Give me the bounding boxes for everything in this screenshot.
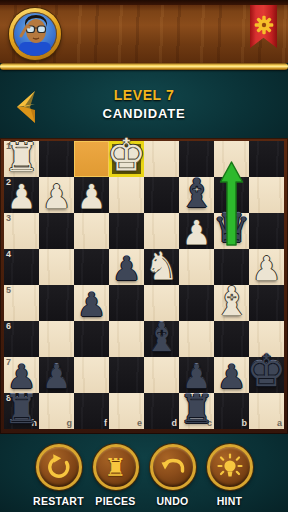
square-h1[interactable]: 1♜ bbox=[4, 141, 39, 177]
square-g6[interactable] bbox=[39, 321, 74, 357]
square-f5[interactable]: ♟ bbox=[74, 285, 109, 321]
white-pawn-h2[interactable]: ♟ bbox=[7, 180, 37, 213]
square-h4[interactable]: 4 bbox=[4, 249, 39, 285]
square-a2[interactable] bbox=[249, 177, 284, 213]
file-label-c: c bbox=[207, 419, 212, 428]
square-a7[interactable]: ♚ bbox=[249, 357, 284, 393]
settings-ribbon[interactable] bbox=[250, 5, 277, 48]
square-f3[interactable] bbox=[74, 213, 109, 249]
file-label-b: b bbox=[242, 419, 248, 428]
black-pawn-h7[interactable]: ♟ bbox=[7, 360, 37, 393]
black-rook-h8[interactable]: ♜ bbox=[4, 389, 40, 429]
avatar-image bbox=[13, 12, 57, 56]
square-e3[interactable] bbox=[109, 213, 144, 249]
white-pawn-f2[interactable]: ♟ bbox=[77, 180, 107, 213]
file-label-d: d bbox=[172, 419, 178, 428]
white-king-e1[interactable]: ♚ bbox=[107, 133, 146, 177]
board-frame: 1♜♚2♟♟♟♝3♟♛4♟♞♟5♟♝6♝7♟♟♟♟♚8h♜gfedc♜ba bbox=[0, 138, 288, 434]
square-a4[interactable]: ♟ bbox=[249, 249, 284, 285]
square-b1[interactable] bbox=[214, 141, 249, 177]
rank-label-7: 7 bbox=[6, 358, 11, 367]
undo-button[interactable] bbox=[150, 444, 196, 490]
restart-control: RESTART bbox=[30, 444, 87, 512]
square-a8[interactable]: a bbox=[249, 393, 284, 429]
square-a3[interactable] bbox=[249, 213, 284, 249]
rank-label-2: 2 bbox=[6, 178, 11, 187]
square-b8[interactable]: b bbox=[214, 393, 249, 429]
level-subtitle: CANDIDATE bbox=[103, 106, 186, 121]
chess-board: 1♜♚2♟♟♟♝3♟♛4♟♞♟5♟♝6♝7♟♟♟♟♚8h♜gfedc♜ba bbox=[4, 141, 284, 429]
square-g1[interactable] bbox=[39, 141, 74, 177]
square-b7[interactable]: ♟ bbox=[214, 357, 249, 393]
restart-label: RESTART bbox=[33, 495, 84, 507]
square-f6[interactable] bbox=[74, 321, 109, 357]
undo-label: UNDO bbox=[156, 495, 188, 507]
file-label-f: f bbox=[104, 419, 107, 428]
black-pawn-b7[interactable]: ♟ bbox=[217, 360, 247, 393]
rook-piece-icon: ♜ bbox=[104, 455, 126, 480]
lightbulb-icon bbox=[216, 453, 244, 481]
white-rook-h1[interactable]: ♜ bbox=[4, 137, 40, 177]
avatar[interactable] bbox=[9, 8, 61, 60]
pieces-control: ♜ PIECES bbox=[87, 444, 144, 512]
square-e2[interactable] bbox=[109, 177, 144, 213]
square-e7[interactable] bbox=[109, 357, 144, 393]
square-h5[interactable]: 5 bbox=[4, 285, 39, 321]
square-a6[interactable] bbox=[249, 321, 284, 357]
square-b5[interactable]: ♝ bbox=[214, 285, 249, 321]
bottom-toolbar: RESTART ♜ PIECES UNDO bbox=[0, 434, 288, 512]
square-f7[interactable] bbox=[74, 357, 109, 393]
square-c1[interactable] bbox=[179, 141, 214, 177]
file-label-g: g bbox=[67, 419, 73, 428]
square-a1[interactable] bbox=[249, 141, 284, 177]
square-b2[interactable] bbox=[214, 177, 249, 213]
square-d8[interactable]: d bbox=[144, 393, 179, 429]
white-knight-d4[interactable]: ♞ bbox=[144, 247, 178, 285]
rank-label-8: 8 bbox=[6, 394, 11, 403]
rank-label-3: 3 bbox=[6, 214, 11, 223]
settings-gear-icon bbox=[253, 14, 275, 36]
square-h8[interactable]: 8h♜ bbox=[4, 393, 39, 429]
square-c6[interactable] bbox=[179, 321, 214, 357]
black-rook-c8[interactable]: ♜ bbox=[179, 389, 215, 429]
black-pawn-f5[interactable]: ♟ bbox=[77, 288, 107, 321]
black-queen-b3[interactable]: ♛ bbox=[213, 207, 251, 249]
square-c4[interactable] bbox=[179, 249, 214, 285]
top-bar bbox=[0, 0, 288, 63]
undo-curved-arrow-icon bbox=[159, 453, 187, 481]
rank-label-5: 5 bbox=[6, 286, 11, 295]
square-a5[interactable] bbox=[249, 285, 284, 321]
hint-control: HINT bbox=[201, 444, 258, 512]
square-f4[interactable] bbox=[74, 249, 109, 285]
square-g3[interactable] bbox=[39, 213, 74, 249]
restart-circular-arrow-icon bbox=[45, 453, 73, 481]
square-e4[interactable]: ♟ bbox=[109, 249, 144, 285]
black-bishop-c2[interactable]: ♝ bbox=[179, 173, 215, 213]
square-c5[interactable] bbox=[179, 285, 214, 321]
square-h6[interactable]: 6 bbox=[4, 321, 39, 357]
rank-label-4: 4 bbox=[6, 250, 11, 259]
square-g7[interactable]: ♟ bbox=[39, 357, 74, 393]
square-g8[interactable]: g bbox=[39, 393, 74, 429]
app-screen: LEVEL 7 CANDIDATE 1♜♚2♟♟♟♝3♟♛4♟♞♟5♟♝6♝7♟… bbox=[0, 0, 288, 512]
square-f8[interactable]: f bbox=[74, 393, 109, 429]
file-label-e: e bbox=[137, 419, 142, 428]
square-e5[interactable] bbox=[109, 285, 144, 321]
back-chevron-icon bbox=[11, 91, 39, 123]
square-g2[interactable]: ♟ bbox=[39, 177, 74, 213]
square-f1[interactable] bbox=[74, 141, 109, 177]
pieces-button[interactable]: ♜ bbox=[93, 444, 139, 490]
square-c7[interactable]: ♟ bbox=[179, 357, 214, 393]
square-c3[interactable]: ♟ bbox=[179, 213, 214, 249]
square-g4[interactable] bbox=[39, 249, 74, 285]
square-c2[interactable]: ♝ bbox=[179, 177, 214, 213]
undo-control: UNDO bbox=[144, 444, 201, 512]
square-d6[interactable]: ♝ bbox=[144, 321, 179, 357]
square-h7[interactable]: 7♟ bbox=[4, 357, 39, 393]
rank-label-1: 1 bbox=[6, 142, 11, 151]
square-g5[interactable] bbox=[39, 285, 74, 321]
square-e1[interactable]: ♚ bbox=[109, 141, 144, 177]
file-label-h: h bbox=[32, 419, 38, 428]
rank-label-6: 6 bbox=[6, 322, 11, 331]
square-d5[interactable] bbox=[144, 285, 179, 321]
square-d7[interactable] bbox=[144, 357, 179, 393]
white-pawn-g2[interactable]: ♟ bbox=[42, 180, 72, 213]
back-button[interactable] bbox=[10, 91, 40, 123]
black-pawn-e4[interactable]: ♟ bbox=[112, 252, 142, 285]
white-pawn-c3[interactable]: ♟ bbox=[182, 216, 212, 249]
square-d2[interactable] bbox=[144, 177, 179, 213]
square-e8[interactable]: e bbox=[109, 393, 144, 429]
square-b6[interactable] bbox=[214, 321, 249, 357]
square-c8[interactable]: c♜ bbox=[179, 393, 214, 429]
restart-button[interactable] bbox=[36, 444, 82, 490]
square-b4[interactable] bbox=[214, 249, 249, 285]
square-b3[interactable]: ♛ bbox=[214, 213, 249, 249]
black-pawn-c7[interactable]: ♟ bbox=[182, 360, 212, 393]
square-d3[interactable] bbox=[144, 213, 179, 249]
black-pawn-g7[interactable]: ♟ bbox=[42, 360, 72, 393]
white-pawn-a4[interactable]: ♟ bbox=[252, 252, 282, 285]
square-f2[interactable]: ♟ bbox=[74, 177, 109, 213]
white-bishop-b5[interactable]: ♝ bbox=[214, 281, 250, 321]
square-h3[interactable]: 3 bbox=[4, 213, 39, 249]
square-d1[interactable] bbox=[144, 141, 179, 177]
level-banner: LEVEL 7 CANDIDATE bbox=[0, 70, 288, 138]
pieces-label: PIECES bbox=[95, 495, 135, 507]
black-bishop-d6[interactable]: ♝ bbox=[144, 317, 180, 357]
square-h2[interactable]: 2♟ bbox=[4, 177, 39, 213]
hint-button[interactable] bbox=[207, 444, 253, 490]
square-e6[interactable] bbox=[109, 321, 144, 357]
file-label-a: a bbox=[277, 419, 282, 428]
level-title: LEVEL 7 bbox=[114, 87, 175, 103]
gold-divider bbox=[0, 63, 288, 70]
square-d4[interactable]: ♞ bbox=[144, 249, 179, 285]
hint-label: HINT bbox=[217, 495, 243, 507]
